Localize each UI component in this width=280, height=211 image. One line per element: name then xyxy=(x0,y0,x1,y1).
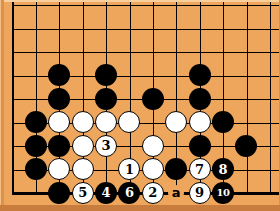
point-c1r7 xyxy=(1,134,24,158)
point-c1r1 xyxy=(1,0,24,17)
label-a: a xyxy=(168,185,184,201)
point-c9r1 xyxy=(188,0,211,17)
stone-white-7: 7 xyxy=(189,158,211,180)
point-c4r6 xyxy=(71,111,94,135)
stone-black xyxy=(212,111,234,133)
point-c11r3 xyxy=(235,40,258,64)
point-c7r8 xyxy=(141,158,164,182)
point-c11r1 xyxy=(235,0,258,17)
point-c9r7 xyxy=(188,134,211,158)
stone-white xyxy=(72,158,94,180)
point-c1r4 xyxy=(1,64,24,88)
stone-white xyxy=(72,111,94,133)
point-c1r6 xyxy=(1,111,24,135)
point-c12r2 xyxy=(258,17,280,41)
point-c12r5 xyxy=(258,87,280,111)
stone-white xyxy=(72,135,94,157)
point-c10r7 xyxy=(211,134,234,158)
point-c7r1 xyxy=(141,0,164,17)
point-c3r4 xyxy=(48,64,71,88)
stone-black xyxy=(48,135,70,157)
point-c4r2 xyxy=(71,17,94,41)
point-c1r3 xyxy=(1,40,24,64)
point-c3r5 xyxy=(48,87,71,111)
stone-white xyxy=(142,158,164,180)
stone-white xyxy=(48,158,70,180)
point-c5r1 xyxy=(94,0,117,17)
point-c2r1 xyxy=(24,0,47,17)
stone-black xyxy=(165,158,187,180)
point-c3r9 xyxy=(48,181,71,205)
stone-black xyxy=(95,88,117,110)
point-c9r5 xyxy=(188,87,211,111)
point-c4r8 xyxy=(71,158,94,182)
point-c7r3 xyxy=(141,40,164,64)
point-c2r4 xyxy=(24,64,47,88)
point-c8r5 xyxy=(165,87,188,111)
point-c12r4 xyxy=(258,64,280,88)
point-c4r4 xyxy=(71,64,94,88)
point-c11r7 xyxy=(235,134,258,158)
point-c4r3 xyxy=(71,40,94,64)
point-c5r9: 4 xyxy=(94,181,117,205)
point-c1r2 xyxy=(1,17,24,41)
point-c7r9: 2 xyxy=(141,181,164,205)
stone-black-4: 4 xyxy=(95,182,117,204)
point-c10r5 xyxy=(211,87,234,111)
stone-white-3: 3 xyxy=(95,135,117,157)
point-c6r7 xyxy=(118,134,141,158)
stone-black xyxy=(48,88,70,110)
point-c7r6 xyxy=(141,111,164,135)
point-c2r5 xyxy=(24,87,47,111)
point-c5r2 xyxy=(94,17,117,41)
stone-black xyxy=(142,88,164,110)
point-c9r4 xyxy=(188,64,211,88)
stone-black xyxy=(25,135,47,157)
point-c2r7 xyxy=(24,134,47,158)
point-c9r9: 9 xyxy=(188,181,211,205)
point-c11r2 xyxy=(235,17,258,41)
stone-white xyxy=(165,111,187,133)
point-c5r3 xyxy=(94,40,117,64)
point-c7r2 xyxy=(141,17,164,41)
point-c6r8: 1 xyxy=(118,158,141,182)
point-c5r5 xyxy=(94,87,117,111)
stone-black-10: 10 xyxy=(212,182,234,204)
point-c10r3 xyxy=(211,40,234,64)
point-c2r3 xyxy=(24,40,47,64)
point-c9r8: 7 xyxy=(188,158,211,182)
stone-black xyxy=(235,135,257,157)
stone-white xyxy=(118,111,140,133)
point-c8r9: a xyxy=(165,181,188,205)
point-c11r5 xyxy=(235,87,258,111)
point-c8r2 xyxy=(165,17,188,41)
point-c5r4 xyxy=(94,64,117,88)
stone-black xyxy=(48,182,70,204)
point-c8r8 xyxy=(165,158,188,182)
stone-white-1: 1 xyxy=(118,158,140,180)
point-c10r2 xyxy=(211,17,234,41)
point-c5r7: 3 xyxy=(94,134,117,158)
point-c2r6 xyxy=(24,111,47,135)
point-c3r2 xyxy=(48,17,71,41)
stone-white xyxy=(142,135,164,157)
point-c2r9 xyxy=(24,181,47,205)
stone-white xyxy=(48,111,70,133)
point-c4r5 xyxy=(71,87,94,111)
point-c6r5 xyxy=(118,87,141,111)
point-c1r9 xyxy=(1,181,24,205)
point-c12r3 xyxy=(258,40,280,64)
stone-black-8: 8 xyxy=(212,158,234,180)
stone-black xyxy=(48,64,70,86)
stone-white xyxy=(95,111,117,133)
point-c3r6 xyxy=(48,111,71,135)
point-c8r1 xyxy=(165,0,188,17)
point-c4r1 xyxy=(71,0,94,17)
point-c7r5 xyxy=(141,87,164,111)
point-c8r6 xyxy=(165,111,188,135)
point-c3r3 xyxy=(48,40,71,64)
point-c3r8 xyxy=(48,158,71,182)
point-c10r9: 10 xyxy=(211,181,234,205)
stone-black xyxy=(95,64,117,86)
point-c8r3 xyxy=(165,40,188,64)
point-c6r3 xyxy=(118,40,141,64)
point-c7r7 xyxy=(141,134,164,158)
point-c9r3 xyxy=(188,40,211,64)
stone-white xyxy=(189,111,211,133)
point-c9r6 xyxy=(188,111,211,135)
point-c10r1 xyxy=(211,0,234,17)
frame-bottom-shadow xyxy=(0,205,280,211)
point-c6r1 xyxy=(118,0,141,17)
point-c1r5 xyxy=(1,87,24,111)
point-c10r6 xyxy=(211,111,234,135)
stone-black xyxy=(189,64,211,86)
point-c12r8 xyxy=(258,158,280,182)
point-c11r4 xyxy=(235,64,258,88)
stone-black xyxy=(189,135,211,157)
point-c12r1 xyxy=(258,0,280,17)
point-c3r7 xyxy=(48,134,71,158)
point-c4r7 xyxy=(71,134,94,158)
stone-white-9: 9 xyxy=(189,182,211,204)
point-c6r9: 6 xyxy=(118,181,141,205)
point-c6r4 xyxy=(118,64,141,88)
point-c6r6 xyxy=(118,111,141,135)
point-c8r4 xyxy=(165,64,188,88)
point-c10r4 xyxy=(211,64,234,88)
point-c11r8 xyxy=(235,158,258,182)
point-c6r2 xyxy=(118,17,141,41)
point-c11r6 xyxy=(235,111,258,135)
point-c5r8 xyxy=(94,158,117,182)
point-c3r1 xyxy=(48,0,71,17)
point-c12r6 xyxy=(258,111,280,135)
go-board: 31785462a910 xyxy=(0,0,280,211)
stone-white-2: 2 xyxy=(142,182,164,204)
stone-black xyxy=(25,111,47,133)
board-points: 31785462a910 xyxy=(1,0,280,205)
point-c8r7 xyxy=(165,134,188,158)
point-c12r9 xyxy=(258,181,280,205)
stone-black-6: 6 xyxy=(118,182,140,204)
stone-white-5: 5 xyxy=(72,182,94,204)
point-c1r8 xyxy=(1,158,24,182)
point-c12r7 xyxy=(258,134,280,158)
point-c2r2 xyxy=(24,17,47,41)
stone-black xyxy=(189,88,211,110)
point-c7r4 xyxy=(141,64,164,88)
point-c9r2 xyxy=(188,17,211,41)
point-c4r9: 5 xyxy=(71,181,94,205)
stone-black xyxy=(25,158,47,180)
point-c5r6 xyxy=(94,111,117,135)
point-c10r8: 8 xyxy=(211,158,234,182)
point-c11r9 xyxy=(235,181,258,205)
point-c2r8 xyxy=(24,158,47,182)
